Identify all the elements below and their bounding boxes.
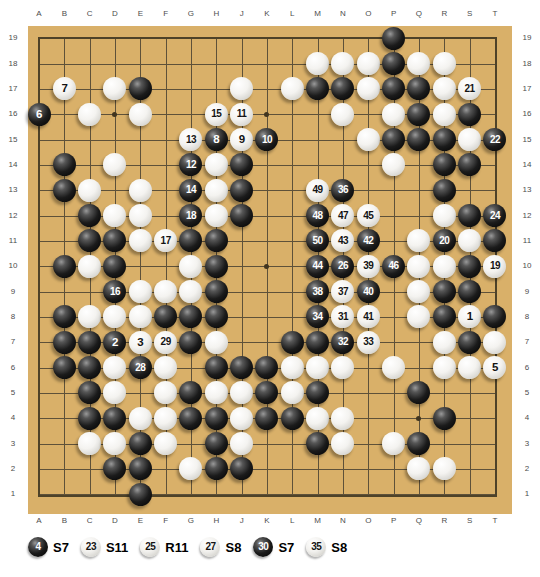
coordinate-label-left: 16	[3, 109, 23, 118]
coordinate-label-top: K	[259, 9, 275, 18]
stone-black: 40	[357, 280, 380, 303]
stone-black	[129, 432, 152, 455]
coordinate-label-top: C	[82, 9, 98, 18]
coordinate-label-bottom: J	[234, 516, 250, 525]
coordinate-label-bottom: A	[31, 516, 47, 525]
stone-black	[53, 331, 76, 354]
stone-black	[433, 280, 456, 303]
coordinate-label-bottom: M	[310, 516, 326, 525]
caption-stone-35: 35	[306, 537, 326, 557]
coordinate-label-right: 8	[517, 312, 537, 321]
caption-coordinate: S8	[331, 540, 347, 555]
coordinate-label-left: 19	[3, 33, 23, 42]
coordinate-label-bottom: D	[107, 516, 123, 525]
coordinate-label-top: G	[183, 9, 199, 18]
stone-black: 22	[483, 128, 506, 151]
coordinate-label-left: 15	[3, 135, 23, 144]
stone-white: 3	[129, 331, 152, 354]
coordinate-label-right: 9	[517, 287, 537, 296]
coordinate-label-bottom: B	[56, 516, 72, 525]
stone-white: 19	[483, 255, 506, 278]
coordinate-label-right: 7	[517, 337, 537, 346]
coordinate-label-top: O	[360, 9, 376, 18]
coordinate-label-bottom: H	[208, 516, 224, 525]
stone-white	[433, 103, 456, 126]
stone-white	[78, 179, 101, 202]
coordinate-label-left: 12	[3, 211, 23, 220]
stone-white	[433, 331, 456, 354]
caption-stone-23: 23	[81, 537, 101, 557]
go-board: 7216151113891022121449361848474524175043…	[28, 26, 512, 514]
stone-black	[78, 407, 101, 430]
coordinate-label-right: 1	[517, 489, 537, 498]
coordinate-label-right: 18	[517, 59, 537, 68]
caption-stone-27: 27	[200, 537, 220, 557]
coordinate-label-left: 17	[3, 84, 23, 93]
coordinate-label-bottom: F	[158, 516, 174, 525]
coordinate-label-left: 5	[3, 388, 23, 397]
coordinate-label-top: L	[284, 9, 300, 18]
coordinate-label-bottom: Q	[411, 516, 427, 525]
stone-white: 15	[205, 103, 228, 126]
coordinate-label-bottom: S	[462, 516, 478, 525]
stone-black	[483, 305, 506, 328]
stone-black	[458, 331, 481, 354]
coordinate-label-top: D	[107, 9, 123, 18]
stone-black	[129, 483, 152, 506]
stone-white: 11	[230, 103, 253, 126]
stone-white	[205, 331, 228, 354]
coordinate-label-left: 18	[3, 59, 23, 68]
stone-black	[205, 356, 228, 379]
stone-black	[205, 255, 228, 278]
coordinate-label-left: 3	[3, 439, 23, 448]
coordinate-label-left: 2	[3, 464, 23, 473]
coordinate-label-left: 4	[3, 413, 23, 422]
coordinate-label-top: P	[386, 9, 402, 18]
stone-white	[433, 52, 456, 75]
stone-black	[458, 103, 481, 126]
coordinate-label-left: 10	[3, 261, 23, 270]
coordinate-label-left: 7	[3, 337, 23, 346]
stone-white	[205, 179, 228, 202]
coordinate-label-bottom: L	[284, 516, 300, 525]
stone-white: 29	[154, 331, 177, 354]
coordinate-label-right: 6	[517, 363, 537, 372]
caption-stone-4: 4	[28, 537, 48, 557]
stone-white	[78, 255, 101, 278]
stone-black	[78, 331, 101, 354]
stone-black	[53, 179, 76, 202]
stone-white	[78, 103, 101, 126]
stone-black	[483, 229, 506, 252]
coordinate-label-top: S	[462, 9, 478, 18]
stone-white	[129, 103, 152, 126]
stone-black	[53, 356, 76, 379]
stone-white	[433, 255, 456, 278]
coordinate-label-top: F	[158, 9, 174, 18]
stone-black: 44	[306, 255, 329, 278]
coordinate-label-top: J	[234, 9, 250, 18]
coordinate-label-left: 13	[3, 185, 23, 194]
stone-black	[281, 331, 304, 354]
coordinate-label-left: 6	[3, 363, 23, 372]
coordinate-label-bottom: E	[132, 516, 148, 525]
coordinate-label-right: 5	[517, 388, 537, 397]
stone-white	[382, 103, 405, 126]
coordinate-label-left: 1	[3, 489, 23, 498]
stone-white: 39	[357, 255, 380, 278]
coordinate-label-top: R	[436, 9, 452, 18]
coordinate-label-top: T	[487, 9, 503, 18]
coordinate-label-left: 14	[3, 160, 23, 169]
caption-stone-30: 30	[253, 537, 273, 557]
stone-white	[129, 280, 152, 303]
coordinate-label-left: 8	[3, 312, 23, 321]
caption-coordinate: S7	[278, 540, 294, 555]
coordinate-label-top: A	[31, 9, 47, 18]
caption-coordinate: R11	[165, 540, 188, 555]
coordinate-label-right: 14	[517, 160, 537, 169]
coordinate-label-top: M	[310, 9, 326, 18]
coordinate-label-top: H	[208, 9, 224, 18]
coordinate-label-right: 3	[517, 439, 537, 448]
coordinate-label-bottom: N	[335, 516, 351, 525]
stone-black: 46	[382, 255, 405, 278]
coordinate-label-left: 11	[3, 236, 23, 245]
stone-white: 5	[483, 356, 506, 379]
coordinate-label-top: Q	[411, 9, 427, 18]
stone-white	[357, 128, 380, 151]
stone-black: 8	[205, 128, 228, 151]
stone-black	[433, 179, 456, 202]
coordinate-label-bottom: G	[183, 516, 199, 525]
coordinate-label-left: 9	[3, 287, 23, 296]
coordinate-label-top: E	[132, 9, 148, 18]
stone-black	[433, 128, 456, 151]
coordinate-label-right: 15	[517, 135, 537, 144]
stone-black: 28	[129, 356, 152, 379]
coordinate-label-bottom: C	[82, 516, 98, 525]
coordinate-label-right: 2	[517, 464, 537, 473]
stone-black: 6	[28, 103, 51, 126]
coordinate-label-bottom: O	[360, 516, 376, 525]
coordinate-label-right: 19	[517, 33, 537, 42]
stone-white: 49	[306, 179, 329, 202]
stone-white	[433, 204, 456, 227]
stone-white	[281, 356, 304, 379]
stone-black	[205, 407, 228, 430]
caption-coordinate: S11	[106, 540, 128, 555]
stone-white	[129, 179, 152, 202]
coordinate-label-bottom: T	[487, 516, 503, 525]
coordinate-label-right: 11	[517, 236, 537, 245]
stone-white: 33	[357, 331, 380, 354]
stone-white	[129, 204, 152, 227]
stone-white	[357, 52, 380, 75]
stone-black	[433, 407, 456, 430]
stone-black	[205, 432, 228, 455]
coordinate-label-right: 4	[517, 413, 537, 422]
stone-white	[129, 407, 152, 430]
stone-black	[458, 255, 481, 278]
caption-coordinate: S8	[225, 540, 241, 555]
stone-white	[205, 204, 228, 227]
stone-black	[205, 280, 228, 303]
stone-white	[230, 407, 253, 430]
coordinate-label-bottom: P	[386, 516, 402, 525]
coordinate-label-right: 10	[517, 261, 537, 270]
stone-white	[483, 331, 506, 354]
stone-black	[306, 331, 329, 354]
stone-black	[281, 407, 304, 430]
coordinate-label-right: 13	[517, 185, 537, 194]
stone-white	[433, 356, 456, 379]
stone-white	[154, 407, 177, 430]
caption-coordinate: S7	[53, 540, 69, 555]
caption-stone-25: 25	[140, 537, 160, 557]
coordinate-label-right: 12	[517, 211, 537, 220]
stone-black	[382, 27, 405, 50]
move-caption: 4S723S1125R1127S830S735S8	[28, 534, 359, 560]
stone-white: 45	[357, 204, 380, 227]
coordinate-label-bottom: R	[436, 516, 452, 525]
coordinate-label-top: B	[56, 9, 72, 18]
stone-black	[230, 179, 253, 202]
coordinate-label-top: N	[335, 9, 351, 18]
stone-black	[53, 255, 76, 278]
stone-black: 24	[483, 204, 506, 227]
coordinate-label-right: 16	[517, 109, 537, 118]
coordinate-label-right: 17	[517, 84, 537, 93]
stone-white	[306, 407, 329, 430]
coordinate-label-bottom: K	[259, 516, 275, 525]
